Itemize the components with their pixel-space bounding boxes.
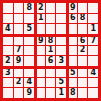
sudoku-cell-empty-r7c3[interactable]: [24, 67, 34, 77]
sudoku-cell-empty-r8c5[interactable]: [46, 78, 56, 88]
sudoku-cell-empty-r1c5[interactable]: [46, 3, 56, 13]
sudoku-cell-empty-r2c6[interactable]: [56, 14, 66, 24]
sudoku-cell-given-r9c7: 8: [67, 88, 77, 98]
sudoku-cell-given-r3c9: 1: [88, 24, 98, 34]
sudoku-cell-empty-r5c6[interactable]: [56, 46, 66, 56]
sudoku-cell-empty-r2c1[interactable]: [3, 14, 13, 24]
sudoku-cell-empty-r6c3[interactable]: [24, 56, 34, 66]
sudoku-cell-empty-r3c6[interactable]: [56, 24, 66, 34]
sudoku-cell-empty-r1c6[interactable]: [56, 3, 66, 13]
sudoku-cell-given-r7c1: 3: [3, 67, 13, 77]
sudoku-cell-given-r5c8: 2: [78, 46, 88, 56]
sudoku-cell-given-r8c6: 5: [56, 78, 66, 88]
sudoku-cell-given-r6c5: 6: [46, 56, 56, 66]
sudoku-cell-given-r1c7: 9: [67, 3, 77, 13]
sudoku-cell-given-r4c5: 8: [46, 35, 56, 45]
sudoku-cell-empty-r2c9[interactable]: [88, 14, 98, 24]
sudoku-cell-empty-r3c2[interactable]: [14, 24, 24, 34]
sudoku-cell-given-r9c6: 1: [56, 88, 66, 98]
sudoku-cell-empty-r9c5[interactable]: [46, 88, 56, 98]
sudoku-cell-empty-r9c2[interactable]: [14, 88, 24, 98]
sudoku-cell-given-r6c2: 9: [14, 56, 24, 66]
sudoku-cell-empty-r4c7[interactable]: [67, 35, 77, 45]
sudoku-cell-empty-r8c4[interactable]: [35, 78, 45, 88]
sudoku-cell-given-r6c1: 2: [3, 56, 13, 66]
sudoku-cell-given-r9c3: 9: [24, 88, 34, 98]
sudoku-cell-given-r4c9: 7: [88, 35, 98, 45]
sudoku-cell-given-r3c1: 4: [3, 24, 13, 34]
sudoku-cell-given-r1c3: 8: [24, 3, 34, 13]
sudoku-cell-given-r2c4: 1: [35, 14, 45, 24]
sudoku-cell-empty-r9c9[interactable]: [88, 88, 98, 98]
sudoku-cell-given-r4c8: 6: [78, 35, 88, 45]
sudoku-cell-empty-r6c9[interactable]: [88, 56, 98, 66]
sudoku-cell-empty-r7c2[interactable]: [14, 67, 24, 77]
sudoku-cell-empty-r8c9[interactable]: [88, 78, 98, 88]
sudoku-cell-given-r5c5: 1: [46, 46, 56, 56]
sudoku-cell-empty-r5c9[interactable]: [88, 46, 98, 56]
sudoku-board: 82916845198677122963354245918: [0, 0, 101, 101]
sudoku-cell-empty-r9c8[interactable]: [78, 88, 88, 98]
sudoku-cell-empty-r4c1[interactable]: [3, 35, 13, 45]
sudoku-cell-empty-r1c9[interactable]: [88, 3, 98, 13]
sudoku-cell-given-r2c7: 6: [67, 14, 77, 24]
sudoku-cell-given-r1c4: 2: [35, 3, 45, 13]
sudoku-cell-given-r3c3: 5: [24, 24, 34, 34]
sudoku-cell-empty-r7c6[interactable]: [56, 67, 66, 77]
sudoku-cell-empty-r6c8[interactable]: [78, 56, 88, 66]
sudoku-cell-empty-r5c1[interactable]: [3, 46, 13, 56]
sudoku-cell-given-r5c2: 7: [14, 46, 24, 56]
sudoku-cell-given-r7c7: 5: [67, 67, 77, 77]
sudoku-cell-empty-r4c3[interactable]: [24, 35, 34, 45]
sudoku-cell-empty-r3c8[interactable]: [78, 24, 88, 34]
sudoku-cell-empty-r5c4[interactable]: [35, 46, 45, 56]
sudoku-cell-given-r4c4: 9: [35, 35, 45, 45]
sudoku-cell-given-r8c2: 2: [14, 78, 24, 88]
sudoku-cell-empty-r5c3[interactable]: [24, 46, 34, 56]
sudoku-cell-empty-r5c7[interactable]: [67, 46, 77, 56]
sudoku-cell-empty-r4c2[interactable]: [14, 35, 24, 45]
sudoku-cell-empty-r2c2[interactable]: [14, 14, 24, 24]
sudoku-cell-empty-r1c2[interactable]: [14, 3, 24, 13]
sudoku-cell-empty-r1c1[interactable]: [3, 3, 13, 13]
sudoku-cell-empty-r8c8[interactable]: [78, 78, 88, 88]
sudoku-cell-empty-r9c4[interactable]: [35, 88, 45, 98]
sudoku-cell-empty-r3c5[interactable]: [46, 24, 56, 34]
sudoku-cell-empty-r8c7[interactable]: [67, 78, 77, 88]
sudoku-cell-empty-r7c4[interactable]: [35, 67, 45, 77]
sudoku-cell-empty-r1c8[interactable]: [78, 3, 88, 13]
sudoku-cell-given-r2c8: 8: [78, 14, 88, 24]
sudoku-cell-empty-r3c4[interactable]: [35, 24, 45, 34]
sudoku-cell-empty-r6c4[interactable]: [35, 56, 45, 66]
sudoku-cell-empty-r7c5[interactable]: [46, 67, 56, 77]
sudoku-cell-given-r8c3: 4: [24, 78, 34, 88]
sudoku-cell-empty-r2c3[interactable]: [24, 14, 34, 24]
sudoku-cell-empty-r3c7[interactable]: [67, 24, 77, 34]
sudoku-cell-given-r7c9: 4: [88, 67, 98, 77]
sudoku-cell-empty-r7c8[interactable]: [78, 67, 88, 77]
sudoku-cell-empty-r2c5[interactable]: [46, 14, 56, 24]
sudoku-cell-empty-r8c1[interactable]: [3, 78, 13, 88]
sudoku-cell-given-r6c6: 3: [56, 56, 66, 66]
sudoku-cell-empty-r4c6[interactable]: [56, 35, 66, 45]
sudoku-cell-empty-r6c7[interactable]: [67, 56, 77, 66]
sudoku-cell-empty-r9c1[interactable]: [3, 88, 13, 98]
